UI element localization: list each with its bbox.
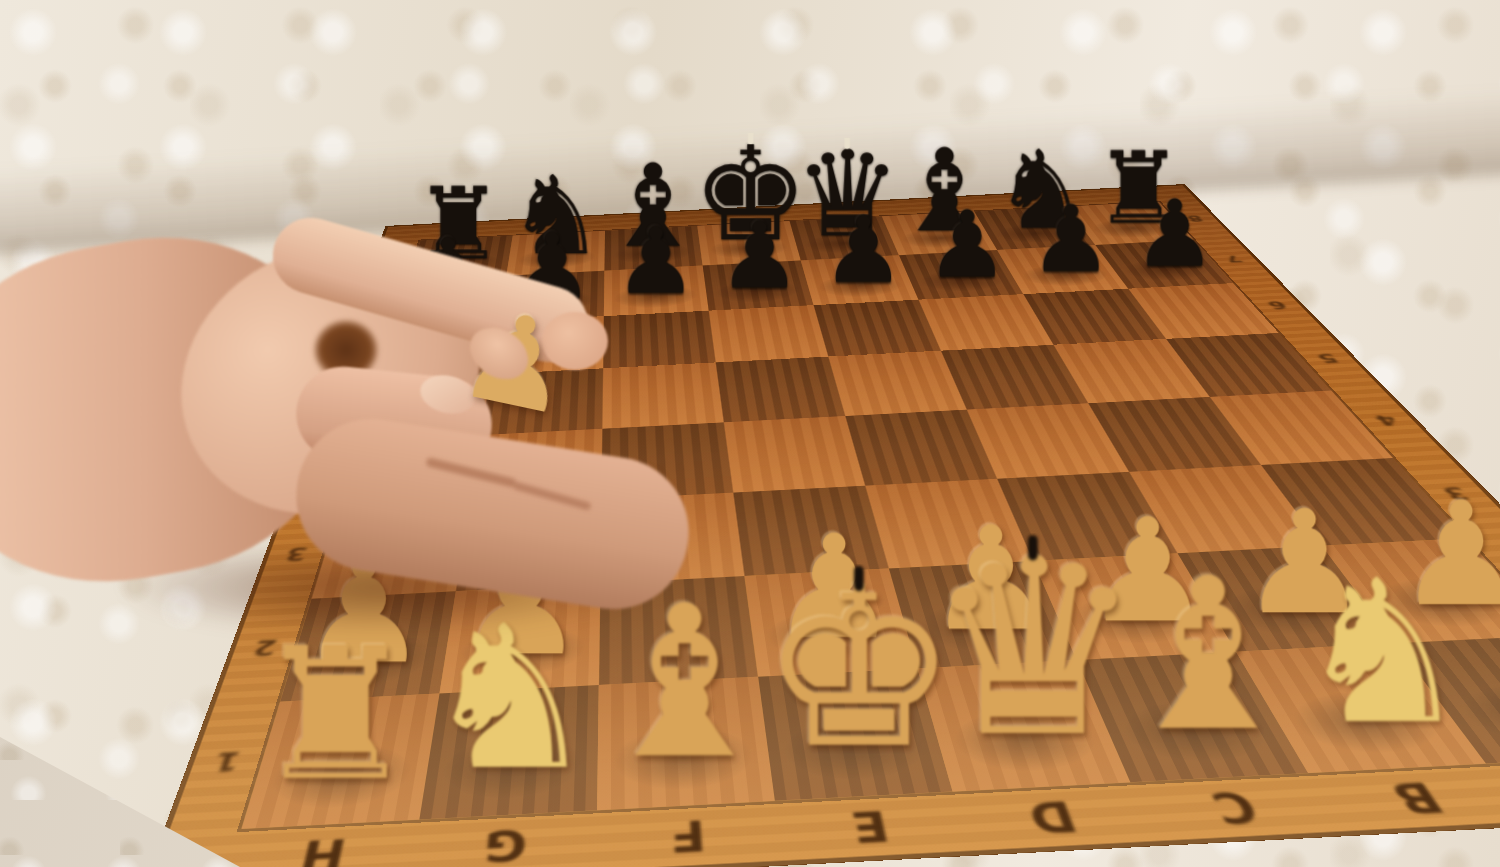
square-g7[interactable]: ♟ bbox=[499, 271, 605, 322]
white-bishop-f1[interactable]: ♝ bbox=[591, 584, 779, 783]
square-d1[interactable]: ♛ bbox=[917, 660, 1130, 791]
square-h5[interactable] bbox=[359, 374, 490, 441]
black-pawn-c7[interactable]: ♟ bbox=[926, 202, 1009, 290]
square-h7[interactable]: ♟ bbox=[394, 276, 506, 327]
file-label-g: G bbox=[472, 820, 537, 867]
white-queen-d1[interactable]: ♛ bbox=[924, 533, 1143, 765]
rank-label-right-6: 6 bbox=[1256, 299, 1299, 313]
rank-label-left-4: 4 bbox=[301, 467, 343, 486]
black-pawn-h7[interactable]: ♟ bbox=[407, 229, 490, 317]
rank-label-left-5: 5 bbox=[325, 402, 364, 419]
square-f5[interactable] bbox=[602, 362, 723, 428]
square-e4[interactable] bbox=[724, 416, 865, 493]
square-g4[interactable] bbox=[469, 429, 602, 507]
square-f6[interactable] bbox=[603, 311, 716, 369]
square-d7[interactable]: ♟ bbox=[801, 255, 919, 305]
black-pawn-a7[interactable]: ♟ bbox=[1133, 191, 1216, 279]
rank-label-right-7: 7 bbox=[1214, 253, 1253, 265]
square-f1[interactable]: ♝ bbox=[597, 677, 775, 810]
black-pawn-d7[interactable]: ♟ bbox=[822, 207, 905, 295]
square-g1[interactable]: ♞ bbox=[419, 685, 598, 819]
rank-label-left-1: 1 bbox=[197, 746, 256, 779]
square-g6[interactable] bbox=[491, 316, 604, 374]
rank-label-right-5: 5 bbox=[1305, 351, 1352, 367]
file-label-f: F bbox=[657, 810, 721, 862]
rank-label-left-8: 8 bbox=[379, 255, 410, 266]
square-d6[interactable] bbox=[814, 300, 941, 357]
file-label-e: E bbox=[835, 801, 906, 853]
square-e5[interactable] bbox=[716, 357, 846, 423]
square-e7[interactable]: ♟ bbox=[703, 260, 814, 310]
file-label-d: D bbox=[1014, 791, 1092, 842]
square-e6[interactable] bbox=[709, 305, 829, 362]
square-g5[interactable] bbox=[481, 368, 603, 435]
black-pawn-g7[interactable]: ♟ bbox=[511, 223, 594, 311]
finial-tip bbox=[845, 135, 850, 149]
chess-board: ♜♞♝♚♛♝♞♜♟♟♟♟♟♟♟♟♟♟♟♟♟♟♟♜♞♝♚♛♝♞♜ HGFEDCBA… bbox=[138, 184, 1500, 867]
black-pawn-e7[interactable]: ♟ bbox=[718, 213, 801, 301]
rank-label-left-7: 7 bbox=[363, 298, 396, 311]
white-rook-a1[interactable]: ♜ bbox=[1476, 565, 1500, 738]
finial-tip bbox=[748, 130, 753, 144]
file-label-b: B bbox=[1371, 773, 1464, 823]
square-a7[interactable]: ♟ bbox=[1095, 240, 1233, 289]
square-f7[interactable]: ♟ bbox=[604, 266, 709, 317]
black-pawn-f7[interactable]: ♟ bbox=[614, 218, 697, 306]
board-grid: ♜♞♝♚♛♝♞♜♟♟♟♟♟♟♟♟♟♟♟♟♟♟♟♜♞♝♚♛♝♞♜ bbox=[242, 202, 1500, 829]
white-knight-b1[interactable]: ♞ bbox=[1294, 559, 1472, 747]
photo-frame: ♜♞♝♚♛♝♞♜♟♟♟♟♟♟♟♟♟♟♟♟♟♟♟♜♞♝♚♛♝♞♜ HGFEDCBA… bbox=[0, 0, 1500, 867]
square-h6[interactable] bbox=[378, 322, 499, 380]
white-knight-g1[interactable]: ♞ bbox=[421, 605, 599, 793]
rank-label-right-4: 4 bbox=[1361, 412, 1413, 430]
rank-label-left-6: 6 bbox=[346, 346, 382, 361]
finial-tip bbox=[1029, 535, 1039, 560]
file-label-c: C bbox=[1193, 782, 1278, 833]
square-h1[interactable]: ♜ bbox=[242, 693, 440, 828]
board-scene: ♜♞♝♚♛♝♞♜♟♟♟♟♟♟♟♟♟♟♟♟♟♟♟♜♞♝♚♛♝♞♜ HGFEDCBA… bbox=[0, 0, 1500, 867]
finial-tip bbox=[854, 566, 864, 591]
square-f4[interactable] bbox=[601, 422, 733, 499]
square-c7[interactable]: ♟ bbox=[899, 250, 1023, 300]
square-a5[interactable] bbox=[1166, 333, 1331, 397]
white-rook-h1[interactable]: ♜ bbox=[254, 629, 418, 802]
square-h4[interactable] bbox=[337, 435, 480, 513]
file-label-h: H bbox=[287, 829, 359, 867]
black-pawn-b7[interactable]: ♟ bbox=[1029, 196, 1112, 284]
